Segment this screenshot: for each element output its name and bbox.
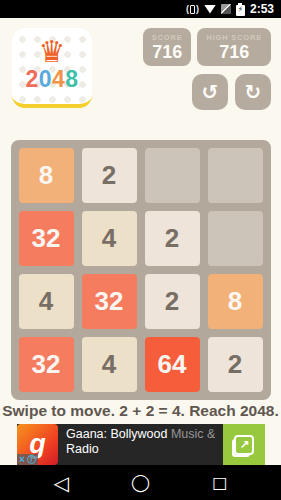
nav-back-icon[interactable]: ◁ <box>54 473 69 493</box>
nav-recents-icon[interactable]: □ <box>212 475 227 491</box>
ad-badges: × i <box>17 454 38 465</box>
ad-title[interactable]: Gaana: Bollywood Music & Radio <box>58 424 223 465</box>
tile-32: 32 <box>19 211 74 266</box>
empty-cell <box>208 148 263 203</box>
app-logo: ♛ 2048 <box>12 28 92 108</box>
nav-home-icon[interactable]: ◯ <box>131 474 150 491</box>
clock-text: 2:53 <box>250 2 274 16</box>
score-box: SCORE 716 <box>143 28 192 66</box>
restart-button[interactable]: ↻ <box>235 74 271 110</box>
undo-icon: ↺ <box>202 80 219 104</box>
phone-screen: ( ) ⚡ 2:53 ♛ 2048 SCORE 716 <box>0 0 281 500</box>
gaana-logo: g × i <box>17 424 58 465</box>
board-wrap: 82324243228324642 <box>0 140 281 400</box>
score-label: SCORE <box>152 33 183 42</box>
ad-banner[interactable]: g × i Gaana: Bollywood Music & Radio ↗ <box>17 424 264 465</box>
wifi-icon <box>204 5 216 14</box>
score-value: 716 <box>152 42 183 62</box>
crown-icon: ♛ <box>39 37 66 67</box>
header-right: SCORE 716 HIGH SCORE 716 ↺ ↻ <box>143 28 271 140</box>
ad-install-button[interactable]: ↗ <box>223 424 265 465</box>
board-grid[interactable]: 82324243228324642 <box>11 140 271 400</box>
tile-2: 2 <box>145 274 200 329</box>
ad-title-part1: Gaana: Bollywood <box>66 427 167 441</box>
ad-title-line2: Radio <box>66 442 215 457</box>
high-score-label: HIGH SCORE <box>206 33 262 42</box>
tile-4: 4 <box>19 274 74 329</box>
tile-8: 8 <box>19 148 74 203</box>
score-row: SCORE 716 HIGH SCORE 716 <box>143 28 271 66</box>
battery-charging-icon: ⚡ <box>236 3 245 16</box>
empty-cell <box>145 148 200 203</box>
vibrate-icon: ( ) <box>186 5 199 14</box>
tile-32: 32 <box>19 337 74 392</box>
tile-32: 32 <box>82 274 137 329</box>
tile-8: 8 <box>208 274 263 329</box>
android-nav-bar: ◁ ◯ □ <box>0 465 281 500</box>
undo-button[interactable]: ↺ <box>192 74 228 110</box>
high-score-box: HIGH SCORE 716 <box>197 28 271 66</box>
tile-2: 2 <box>82 148 137 203</box>
empty-cell <box>208 211 263 266</box>
external-link-icon: ↗ <box>234 435 254 455</box>
ad-close-icon[interactable]: × <box>19 455 25 465</box>
no-signal-icon <box>221 4 231 14</box>
status-bar: ( ) ⚡ 2:53 <box>0 0 281 18</box>
instructions-text: Swipe to move. 2 + 2 = 4. Reach 2048. <box>0 400 281 424</box>
restart-icon: ↻ <box>245 80 262 104</box>
tile-2: 2 <box>145 211 200 266</box>
tile-64: 64 <box>145 337 200 392</box>
tile-4: 4 <box>82 211 137 266</box>
tile-2: 2 <box>208 337 263 392</box>
tile-4: 4 <box>82 337 137 392</box>
high-score-value: 716 <box>206 42 262 62</box>
ad-info-icon[interactable]: i <box>27 455 36 464</box>
ad-title-part2: Music & <box>167 427 215 441</box>
button-row: ↺ ↻ <box>192 74 271 110</box>
logo-title: 2048 <box>25 67 78 91</box>
header: ♛ 2048 SCORE 716 HIGH SCORE 716 ↺ ↻ <box>0 18 281 140</box>
charging-bolt-icon: ⚡ <box>238 6 244 14</box>
